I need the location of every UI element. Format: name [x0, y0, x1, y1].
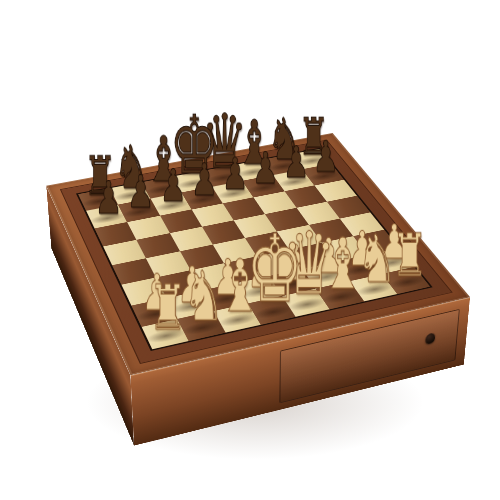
chess-set-photo: ♜♞♝♚♛♝♞♜♟♟♟♟♟♟♟♟♟♟♟♟♟♟♟♟♜♞♝♚♛♝♞♜ [0, 0, 500, 500]
scene-perspective: ♜♞♝♚♛♝♞♜♟♟♟♟♟♟♟♟♟♟♟♟♟♟♟♟♜♞♝♚♛♝♞♜ [0, 0, 500, 500]
square-h1[interactable]: ♜ [142, 318, 189, 348]
chess-box: ♜♞♝♚♛♝♞♜♟♟♟♟♟♟♟♟♟♟♟♟♟♟♟♟♜♞♝♚♛♝♞♜ [46, 133, 470, 375]
piece-black-pawn[interactable]: ♟ [62, 175, 155, 220]
piece-white-rook[interactable]: ♜ [115, 276, 221, 338]
drawer-knob[interactable] [425, 332, 435, 344]
